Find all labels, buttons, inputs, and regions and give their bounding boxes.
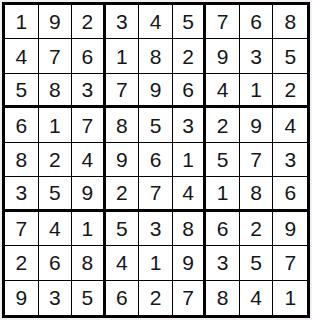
- cell-r2c3[interactable]: 6: [72, 39, 106, 73]
- cell-r7c7[interactable]: 6: [206, 212, 240, 246]
- cell-r4c8[interactable]: 9: [240, 108, 274, 142]
- cell-r2c5[interactable]: 8: [139, 39, 173, 73]
- cell-r1c1[interactable]: 1: [5, 5, 39, 39]
- cell-r3c7[interactable]: 4: [206, 74, 240, 108]
- cell-r6c1[interactable]: 3: [5, 177, 39, 211]
- cell-r3c3[interactable]: 3: [72, 74, 106, 108]
- cell-r9c5[interactable]: 2: [139, 281, 173, 315]
- cell-r1c4[interactable]: 3: [106, 5, 140, 39]
- cell-r5c5[interactable]: 6: [139, 143, 173, 177]
- cell-r7c1[interactable]: 7: [5, 212, 39, 246]
- cell-r4c6[interactable]: 3: [173, 108, 207, 142]
- cell-r4c4[interactable]: 8: [106, 108, 140, 142]
- cell-r6c3[interactable]: 9: [72, 177, 106, 211]
- cell-r9c9[interactable]: 1: [273, 281, 307, 315]
- cell-r7c5[interactable]: 3: [139, 212, 173, 246]
- cell-r9c3[interactable]: 5: [72, 281, 106, 315]
- cell-r5c9[interactable]: 3: [273, 143, 307, 177]
- cell-r2c6[interactable]: 2: [173, 39, 207, 73]
- cell-r4c9[interactable]: 4: [273, 108, 307, 142]
- cell-r2c7[interactable]: 9: [206, 39, 240, 73]
- cell-r6c7[interactable]: 1: [206, 177, 240, 211]
- cell-r8c9[interactable]: 7: [273, 246, 307, 280]
- cell-r5c4[interactable]: 9: [106, 143, 140, 177]
- cell-r9c1[interactable]: 9: [5, 281, 39, 315]
- cell-r6c6[interactable]: 4: [173, 177, 207, 211]
- cell-r2c9[interactable]: 5: [273, 39, 307, 73]
- cell-r9c2[interactable]: 3: [39, 281, 73, 315]
- cell-r9c4[interactable]: 6: [106, 281, 140, 315]
- cell-r5c3[interactable]: 4: [72, 143, 106, 177]
- cell-r8c7[interactable]: 3: [206, 246, 240, 280]
- cell-r5c7[interactable]: 5: [206, 143, 240, 177]
- cell-r2c4[interactable]: 1: [106, 39, 140, 73]
- cell-r4c2[interactable]: 1: [39, 108, 73, 142]
- cell-r8c8[interactable]: 5: [240, 246, 274, 280]
- cell-r7c4[interactable]: 5: [106, 212, 140, 246]
- cell-r1c9[interactable]: 8: [273, 5, 307, 39]
- cell-r9c8[interactable]: 4: [240, 281, 274, 315]
- cell-r3c5[interactable]: 9: [139, 74, 173, 108]
- cell-r2c1[interactable]: 4: [5, 39, 39, 73]
- cell-r8c6[interactable]: 9: [173, 246, 207, 280]
- cell-r6c2[interactable]: 5: [39, 177, 73, 211]
- cell-r3c8[interactable]: 1: [240, 74, 274, 108]
- cell-r1c3[interactable]: 2: [72, 5, 106, 39]
- cell-r7c9[interactable]: 9: [273, 212, 307, 246]
- cell-r5c6[interactable]: 1: [173, 143, 207, 177]
- cell-r1c7[interactable]: 7: [206, 5, 240, 39]
- cell-r3c1[interactable]: 5: [5, 74, 39, 108]
- cell-r1c2[interactable]: 9: [39, 5, 73, 39]
- sudoku-page: 1923457684761829355837964126178532948249…: [0, 0, 312, 320]
- cell-r7c8[interactable]: 2: [240, 212, 274, 246]
- sudoku-board: 1923457684761829355837964126178532948249…: [2, 2, 310, 318]
- cell-r2c2[interactable]: 7: [39, 39, 73, 73]
- cell-r3c2[interactable]: 8: [39, 74, 73, 108]
- cell-r5c8[interactable]: 7: [240, 143, 274, 177]
- cell-r2c8[interactable]: 3: [240, 39, 274, 73]
- cell-r8c1[interactable]: 2: [5, 246, 39, 280]
- cell-r5c2[interactable]: 2: [39, 143, 73, 177]
- cell-r1c6[interactable]: 5: [173, 5, 207, 39]
- cell-r8c2[interactable]: 6: [39, 246, 73, 280]
- cell-r8c5[interactable]: 1: [139, 246, 173, 280]
- cell-r8c3[interactable]: 8: [72, 246, 106, 280]
- cell-r5c1[interactable]: 8: [5, 143, 39, 177]
- cell-r9c7[interactable]: 8: [206, 281, 240, 315]
- cell-r7c6[interactable]: 8: [173, 212, 207, 246]
- cell-r1c5[interactable]: 4: [139, 5, 173, 39]
- cell-r4c5[interactable]: 5: [139, 108, 173, 142]
- cell-r4c1[interactable]: 6: [5, 108, 39, 142]
- cell-r8c4[interactable]: 4: [106, 246, 140, 280]
- cell-r4c3[interactable]: 7: [72, 108, 106, 142]
- cell-r7c3[interactable]: 1: [72, 212, 106, 246]
- cell-r3c6[interactable]: 6: [173, 74, 207, 108]
- cell-r6c9[interactable]: 6: [273, 177, 307, 211]
- cell-r7c2[interactable]: 4: [39, 212, 73, 246]
- cell-r6c8[interactable]: 8: [240, 177, 274, 211]
- cell-r3c9[interactable]: 2: [273, 74, 307, 108]
- cell-r6c5[interactable]: 7: [139, 177, 173, 211]
- cell-r9c6[interactable]: 7: [173, 281, 207, 315]
- cell-r4c7[interactable]: 2: [206, 108, 240, 142]
- cell-r6c4[interactable]: 2: [106, 177, 140, 211]
- cell-r1c8[interactable]: 6: [240, 5, 274, 39]
- cell-r3c4[interactable]: 7: [106, 74, 140, 108]
